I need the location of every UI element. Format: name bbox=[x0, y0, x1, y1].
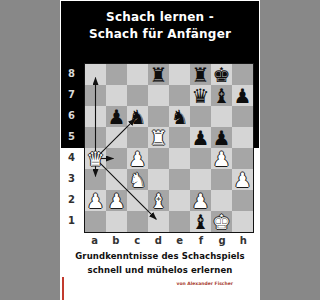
white-rook-d5: ♜ bbox=[148, 127, 169, 148]
subtitle-line2: schnell und mühelos erlernen bbox=[60, 264, 260, 278]
white-knight-c3: ♞ bbox=[127, 169, 148, 190]
black-queen-f7: ♛ bbox=[190, 85, 211, 106]
black-pawn-h7: ♟ bbox=[232, 85, 253, 106]
square-h8 bbox=[232, 64, 253, 85]
rank-labels: 87654321 bbox=[62, 63, 81, 231]
rank-label-1: 1 bbox=[62, 210, 81, 231]
square-h2 bbox=[232, 190, 253, 211]
square-b8 bbox=[106, 64, 127, 85]
square-c7 bbox=[127, 85, 148, 106]
white-pawn-c4: ♟ bbox=[127, 148, 148, 169]
white-pawn-f2: ♟ bbox=[190, 190, 211, 211]
black-bishop-g7: ♝ bbox=[211, 85, 232, 106]
rank-label-8: 8 bbox=[62, 63, 81, 84]
white-bishop-d2: ♝ bbox=[148, 190, 169, 211]
file-label-g: g bbox=[212, 235, 233, 246]
square-d3 bbox=[148, 169, 169, 190]
spine-mark bbox=[62, 277, 64, 300]
rank-label-3: 3 bbox=[62, 168, 81, 189]
subtitle-line1: Grundkenntnisse des Schachspiels bbox=[60, 250, 260, 264]
white-pawn-h3: ♟ bbox=[232, 169, 253, 190]
file-labels: abcdefgh bbox=[84, 235, 254, 246]
book-title: Schach lernen - Schach für Anfänger bbox=[60, 9, 260, 42]
rank-label-4: 4 bbox=[62, 147, 81, 168]
square-f6 bbox=[190, 106, 211, 127]
black-bishop-f1: ♝ bbox=[190, 211, 211, 232]
file-label-f: f bbox=[190, 235, 211, 246]
book-title-line1: Schach lernen - bbox=[60, 9, 260, 26]
square-g6 bbox=[211, 106, 232, 127]
square-a7 bbox=[85, 85, 106, 106]
book-title-line2: Schach für Anfänger bbox=[60, 26, 260, 43]
file-label-h: h bbox=[233, 235, 254, 246]
square-d6 bbox=[148, 106, 169, 127]
author-credit: von Alexander Fischer bbox=[60, 281, 233, 286]
square-d7 bbox=[148, 85, 169, 106]
rank-label-6: 6 bbox=[62, 105, 81, 126]
subtitle: Grundkenntnisse des Schachspiels schnell… bbox=[60, 250, 260, 277]
square-f3 bbox=[190, 169, 211, 190]
chess-board: ♜♜♚♛♝♟♟♞♞♜♟♟♛♟♟♞♟♟♟♝♟♝♚ bbox=[84, 63, 254, 233]
square-h6 bbox=[232, 106, 253, 127]
square-c2 bbox=[127, 190, 148, 211]
square-h1 bbox=[232, 211, 253, 232]
black-pawn-g5: ♟ bbox=[211, 127, 232, 148]
white-pawn-b2: ♟ bbox=[106, 190, 127, 211]
square-e5 bbox=[169, 127, 190, 148]
square-a5 bbox=[85, 127, 106, 148]
square-e7 bbox=[169, 85, 190, 106]
square-b5 bbox=[106, 127, 127, 148]
file-label-a: a bbox=[84, 235, 105, 246]
square-e1 bbox=[169, 211, 190, 232]
square-a3 bbox=[85, 169, 106, 190]
rank-label-2: 2 bbox=[62, 189, 81, 210]
square-g3 bbox=[211, 169, 232, 190]
rank-label-7: 7 bbox=[62, 84, 81, 105]
black-knight-c6: ♞ bbox=[127, 106, 148, 127]
black-rook-d8: ♜ bbox=[148, 64, 169, 85]
square-f4 bbox=[190, 148, 211, 169]
black-pawn-b6: ♟ bbox=[106, 106, 127, 127]
square-e4 bbox=[169, 148, 190, 169]
square-d4 bbox=[148, 148, 169, 169]
square-e8 bbox=[169, 64, 190, 85]
square-d1 bbox=[148, 211, 169, 232]
square-c5 bbox=[127, 127, 148, 148]
file-label-d: d bbox=[148, 235, 169, 246]
file-label-c: c bbox=[127, 235, 148, 246]
white-queen-a4: ♛ bbox=[85, 148, 106, 169]
square-e3 bbox=[169, 169, 190, 190]
white-king-g1: ♚ bbox=[211, 211, 232, 232]
black-king-g8: ♚ bbox=[211, 64, 232, 85]
square-a8 bbox=[85, 64, 106, 85]
square-b7 bbox=[106, 85, 127, 106]
black-pawn-f5: ♟ bbox=[190, 127, 211, 148]
square-b3 bbox=[106, 169, 127, 190]
file-label-e: e bbox=[169, 235, 190, 246]
square-h4 bbox=[232, 148, 253, 169]
square-c8 bbox=[127, 64, 148, 85]
black-rook-f8: ♜ bbox=[190, 64, 211, 85]
square-a6 bbox=[85, 106, 106, 127]
square-g2 bbox=[211, 190, 232, 211]
square-e2 bbox=[169, 190, 190, 211]
square-b1 bbox=[106, 211, 127, 232]
white-pawn-g4: ♟ bbox=[211, 148, 232, 169]
square-h5 bbox=[232, 127, 253, 148]
square-b4 bbox=[106, 148, 127, 169]
book-cover: Schach lernen - Schach für Anfänger 8765… bbox=[60, 0, 260, 300]
square-a1 bbox=[85, 211, 106, 232]
file-label-b: b bbox=[105, 235, 126, 246]
white-pawn-a2: ♟ bbox=[85, 190, 106, 211]
square-c1 bbox=[127, 211, 148, 232]
black-knight-e6: ♞ bbox=[169, 106, 190, 127]
rank-label-5: 5 bbox=[62, 126, 81, 147]
